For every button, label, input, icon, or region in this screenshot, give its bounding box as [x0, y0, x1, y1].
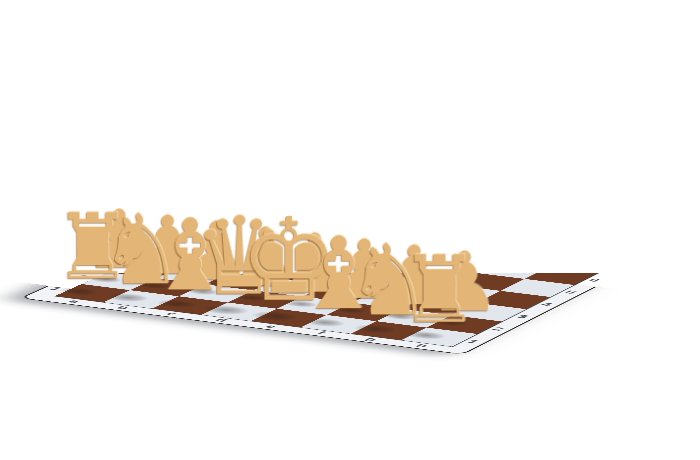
square-h7[interactable]	[548, 255, 621, 273]
rank-label-right-7: 7	[610, 266, 625, 271]
black-bishop: ♝	[444, 144, 576, 240]
black-queen: ♛	[348, 125, 480, 229]
pieces-layer: ♜♞♝♛♚♝♞♜♟♟♟♟♟♟♟♟♟♟♟♟♟♟♟♟♜♞♝♛♚♝♞♜	[22, 196, 673, 354]
rank-label-right-8: 8	[634, 254, 649, 258]
black-king: ♚	[396, 124, 528, 234]
chessboard-mat: aa11bb22cc33dd44ee55ff66gg77hh88 ♜♞♝♛♚♝♞…	[20, 196, 676, 355]
white-rook: ♜	[370, 243, 509, 336]
black-rook: ♜	[541, 163, 674, 252]
file-label-top-h: h	[617, 242, 633, 246]
product-photo-scene: aa11bb22cc33dd44ee55ff66gg77hh88 ♜♞♝♛♚♝♞…	[0, 0, 700, 460]
square-g8[interactable]	[523, 238, 595, 255]
file-label-top-e: e	[472, 224, 487, 228]
black-pawn: ♟	[518, 184, 652, 264]
black-knight: ♞	[493, 151, 626, 246]
file-label-top-f: f	[522, 230, 534, 234]
file-label-top-g: g	[568, 236, 584, 240]
piece-shadow	[552, 258, 591, 266]
piece-shadow	[571, 246, 618, 256]
square-h8[interactable]	[572, 244, 644, 261]
